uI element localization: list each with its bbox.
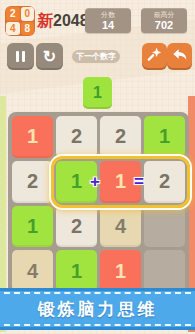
tile-r0c3: 1	[144, 116, 185, 158]
game-screen: 2 0 4 8 新2048 分数 14 最高分 702 ↻ 下一个数字	[0, 0, 195, 334]
tile-r3c0: 4	[12, 250, 53, 292]
tile-r0c0: 1	[12, 116, 53, 158]
logo-tile: 8	[21, 22, 35, 36]
tile-r2c2: 4	[100, 206, 141, 248]
restart-button[interactable]: ↻	[36, 43, 63, 70]
logo-tile: 0	[21, 7, 35, 21]
app-logo-2048: 2 0 4 8	[5, 6, 35, 36]
magic-wand-button[interactable]	[142, 43, 167, 70]
bottom-slogan-banner: 锻炼脑力思维	[0, 288, 195, 330]
score-label: 分数	[85, 11, 131, 19]
tile-r2c0: 1	[12, 206, 53, 248]
board-grid[interactable]: 1 2 2 1 2 1 1 2 1 2 4 4 1 1	[8, 112, 189, 296]
magic-wand-icon	[146, 46, 163, 67]
title-number: 2048	[53, 12, 89, 29]
best-score-value: 702	[141, 19, 187, 31]
tile-r0c2: 2	[100, 116, 141, 158]
pause-button[interactable]	[7, 43, 34, 70]
title-prefix: 新	[37, 12, 53, 29]
undo-button[interactable]	[167, 43, 192, 70]
score-box: 分数 14	[85, 8, 131, 33]
tile-r0c1: 2	[56, 116, 97, 158]
tile-r1c0: 2	[12, 161, 53, 203]
score-value: 14	[85, 19, 131, 31]
page-title: 新2048	[37, 11, 89, 32]
tile-r3c3	[144, 250, 185, 292]
tile-r3c1: 1	[56, 250, 97, 292]
best-score-label: 最高分	[141, 11, 187, 19]
best-score-box: 最高分 702	[141, 8, 187, 33]
logo-tile: 4	[6, 22, 20, 36]
logo-tile: 2	[6, 7, 20, 21]
tile-r2c1: 2	[56, 206, 97, 248]
equals-symbol: =	[132, 172, 146, 192]
next-tile-preview: 1	[83, 77, 112, 109]
plus-symbol: +	[88, 172, 102, 192]
tile-r1c3: 2	[144, 161, 185, 203]
tile-r3c2: 1	[100, 250, 141, 292]
restart-icon: ↻	[43, 49, 56, 65]
undo-arrow-icon	[172, 47, 188, 67]
tile-r2c3	[144, 206, 185, 248]
pause-icon	[16, 51, 25, 62]
next-number-label: 下一个数字	[72, 50, 120, 63]
banner-slogan: 锻炼脑力思维	[0, 288, 195, 330]
